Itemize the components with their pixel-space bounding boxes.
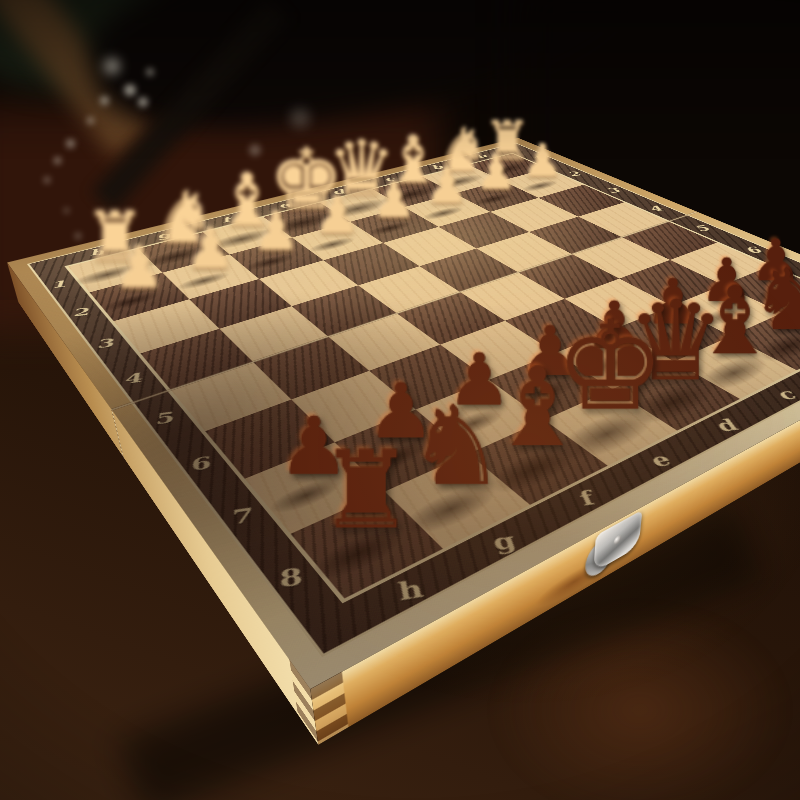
piece-glyph: ♟	[69, 240, 210, 296]
chess-board: hhggffeeddccbbaa1122334455667788 ♜♞♝♛♚♝♞…	[7, 138, 800, 689]
scene: hhggffeeddccbbaa1122334455667788 ♜♞♝♛♚♝♞…	[0, 0, 800, 800]
piece-glyph: ♜	[261, 439, 470, 541]
pieces-layer: ♜♞♝♛♚♝♞♜♟♟♟♟♟♟♟♟♟♟♟♟♟♟♟♟♜♞♝♛♚♝♞♜	[7, 138, 800, 689]
chess-photo-stage: hhggffeeddccbbaa1122334455667788 ♜♞♝♛♚♝♞…	[0, 0, 800, 800]
